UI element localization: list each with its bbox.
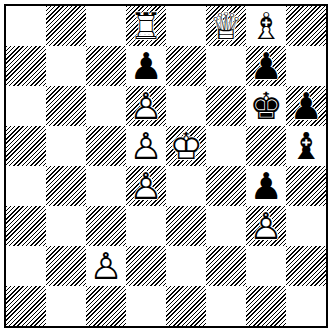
square-h7[interactable] [286,46,326,86]
square-a7[interactable] [6,46,46,86]
square-f1[interactable] [206,286,246,326]
square-f8[interactable]: ♛♕ [206,6,246,46]
piece-black-pawn[interactable]: ♟ [246,166,286,206]
square-c1[interactable] [86,286,126,326]
square-h6[interactable]: ♟♟ [286,86,326,126]
square-g8[interactable]: ♝♗ [246,6,286,46]
square-c4[interactable] [86,166,126,206]
piece-black-pawn[interactable]: ♟ [126,46,166,86]
square-e5[interactable]: ♚♔ [166,126,206,166]
square-d1[interactable] [126,286,166,326]
square-b2[interactable] [46,246,86,286]
square-d6[interactable]: ♟♙ [126,86,166,126]
square-g6[interactable]: ♚♚ [246,86,286,126]
square-e2[interactable] [166,246,206,286]
square-g4[interactable]: ♟♟ [246,166,286,206]
square-c7[interactable] [86,46,126,86]
square-f6[interactable] [206,86,246,126]
square-e3[interactable] [166,206,206,246]
chess-board: ♜♖♛♕♝♗♟♟♟♟♟♙♚♚♟♟♟♙♚♔♝♝♟♙♟♟♟♙♟♙ [4,4,328,328]
square-e6[interactable] [166,86,206,126]
square-e1[interactable] [166,286,206,326]
piece-white-bishop[interactable]: ♗ [246,6,286,46]
square-g5[interactable] [246,126,286,166]
square-e4[interactable] [166,166,206,206]
piece-white-king[interactable]: ♔ [166,126,206,166]
square-b7[interactable] [46,46,86,86]
square-e7[interactable] [166,46,206,86]
square-b6[interactable] [46,86,86,126]
square-e8[interactable] [166,6,206,46]
piece-white-pawn[interactable]: ♙ [126,166,166,206]
square-a3[interactable] [6,206,46,246]
piece-white-rook[interactable]: ♖ [126,6,166,46]
piece-black-king[interactable]: ♚ [246,86,286,126]
square-a5[interactable] [6,126,46,166]
square-d5[interactable]: ♟♙ [126,126,166,166]
square-g3[interactable]: ♟♙ [246,206,286,246]
square-g2[interactable] [246,246,286,286]
square-c8[interactable] [86,6,126,46]
square-d4[interactable]: ♟♙ [126,166,166,206]
square-d3[interactable] [126,206,166,246]
square-a8[interactable] [6,6,46,46]
piece-white-pawn[interactable]: ♙ [246,206,286,246]
square-h5[interactable]: ♝♝ [286,126,326,166]
square-c6[interactable] [86,86,126,126]
square-a2[interactable] [6,246,46,286]
square-b5[interactable] [46,126,86,166]
square-f3[interactable] [206,206,246,246]
piece-black-pawn[interactable]: ♟ [246,46,286,86]
square-c3[interactable] [86,206,126,246]
square-g1[interactable] [246,286,286,326]
square-b4[interactable] [46,166,86,206]
square-a1[interactable] [6,286,46,326]
square-d2[interactable] [126,246,166,286]
diagram-frame: ♜♖♛♕♝♗♟♟♟♟♟♙♚♚♟♟♟♙♚♔♝♝♟♙♟♟♟♙♟♙ [0,0,332,332]
square-b3[interactable] [46,206,86,246]
square-f2[interactable] [206,246,246,286]
piece-black-pawn[interactable]: ♟ [286,86,326,126]
square-b1[interactable] [46,286,86,326]
piece-white-pawn[interactable]: ♙ [126,126,166,166]
piece-white-pawn[interactable]: ♙ [86,246,126,286]
square-c2[interactable]: ♟♙ [86,246,126,286]
square-f5[interactable] [206,126,246,166]
piece-white-queen[interactable]: ♕ [206,6,246,46]
square-d8[interactable]: ♜♖ [126,6,166,46]
square-c5[interactable] [86,126,126,166]
square-a6[interactable] [6,86,46,126]
square-b8[interactable] [46,6,86,46]
square-h3[interactable] [286,206,326,246]
square-h8[interactable] [286,6,326,46]
square-g7[interactable]: ♟♟ [246,46,286,86]
square-h1[interactable] [286,286,326,326]
square-h2[interactable] [286,246,326,286]
square-d7[interactable]: ♟♟ [126,46,166,86]
square-a4[interactable] [6,166,46,206]
square-h4[interactable] [286,166,326,206]
square-f4[interactable] [206,166,246,206]
square-f7[interactable] [206,46,246,86]
piece-white-pawn[interactable]: ♙ [126,86,166,126]
piece-black-bishop[interactable]: ♝ [286,126,326,166]
